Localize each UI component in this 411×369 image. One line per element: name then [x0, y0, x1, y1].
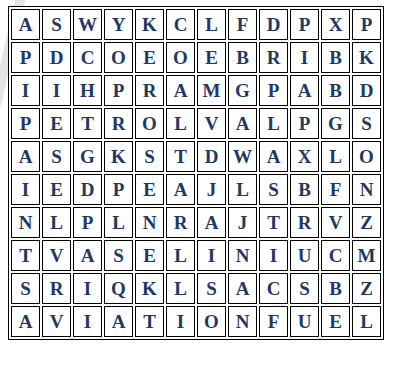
cell-r8c10[interactable]: U: [290, 240, 319, 271]
cell-r5c3[interactable]: G: [73, 141, 102, 172]
cell-r5c5[interactable]: S: [135, 141, 164, 172]
cell-r10c10[interactable]: U: [290, 306, 319, 337]
cell-r7c6[interactable]: R: [166, 207, 195, 238]
cell-r2c11[interactable]: B: [321, 42, 350, 73]
cell-r5c9[interactable]: A: [259, 141, 288, 172]
cell-r9c8[interactable]: A: [228, 273, 257, 304]
cell-r6c2[interactable]: E: [42, 174, 71, 205]
cell-r2c9[interactable]: R: [259, 42, 288, 73]
cell-r2c5[interactable]: E: [135, 42, 164, 73]
cell-r4c7[interactable]: V: [197, 108, 226, 139]
cell-r9c12[interactable]: Z: [352, 273, 381, 304]
cell-r7c4[interactable]: L: [104, 207, 133, 238]
cell-r3c12[interactable]: D: [352, 75, 381, 106]
cell-r7c3[interactable]: P: [73, 207, 102, 238]
cell-r2c4[interactable]: O: [104, 42, 133, 73]
cell-r10c9[interactable]: F: [259, 306, 288, 337]
cell-r9c11[interactable]: B: [321, 273, 350, 304]
cell-r8c3[interactable]: A: [73, 240, 102, 271]
cell-r2c2[interactable]: D: [42, 42, 71, 73]
cell-r4c11[interactable]: G: [321, 108, 350, 139]
cell-r7c9[interactable]: T: [259, 207, 288, 238]
cell-r8c1[interactable]: T: [11, 240, 40, 271]
cell-r6c6[interactable]: A: [166, 174, 195, 205]
cell-r3c2[interactable]: I: [42, 75, 71, 106]
cell-r3c7[interactable]: M: [197, 75, 226, 106]
cell-r6c1[interactable]: I: [11, 174, 40, 205]
cell-r9c2[interactable]: R: [42, 273, 71, 304]
cell-r8c6[interactable]: L: [166, 240, 195, 271]
cell-r7c11[interactable]: V: [321, 207, 350, 238]
cell-r3c11[interactable]: B: [321, 75, 350, 106]
cell-r4c4[interactable]: R: [104, 108, 133, 139]
cell-r8c2[interactable]: V: [42, 240, 71, 271]
cell-r8c4[interactable]: S: [104, 240, 133, 271]
cell-r9c4[interactable]: Q: [104, 273, 133, 304]
cell-r6c5[interactable]: E: [135, 174, 164, 205]
cell-r3c8[interactable]: G: [228, 75, 257, 106]
cell-r9c5[interactable]: K: [135, 273, 164, 304]
cell-r1c8[interactable]: F: [228, 9, 257, 40]
cell-r9c6[interactable]: L: [166, 273, 195, 304]
cell-r1c7[interactable]: L: [197, 9, 226, 40]
cell-r6c3[interactable]: D: [73, 174, 102, 205]
cell-r1c6[interactable]: C: [166, 9, 195, 40]
cell-r9c10[interactable]: S: [290, 273, 319, 304]
cell-r1c12[interactable]: P: [352, 9, 381, 40]
cell-r1c5[interactable]: K: [135, 9, 164, 40]
cell-r8c7[interactable]: I: [197, 240, 226, 271]
cell-r2c7[interactable]: E: [197, 42, 226, 73]
cell-r8c9[interactable]: I: [259, 240, 288, 271]
cell-r2c3[interactable]: C: [73, 42, 102, 73]
cell-r5c11[interactable]: L: [321, 141, 350, 172]
cell-r1c2[interactable]: S: [42, 9, 71, 40]
cell-r2c10[interactable]: I: [290, 42, 319, 73]
cell-r1c11[interactable]: X: [321, 9, 350, 40]
cell-r4c6[interactable]: L: [166, 108, 195, 139]
cell-r10c7[interactable]: O: [197, 306, 226, 337]
cell-r6c8[interactable]: L: [228, 174, 257, 205]
cell-r4c5[interactable]: O: [135, 108, 164, 139]
cell-r8c5[interactable]: E: [135, 240, 164, 271]
cell-r7c10[interactable]: R: [290, 207, 319, 238]
cell-r2c12[interactable]: K: [352, 42, 381, 73]
cell-r2c1[interactable]: P: [11, 42, 40, 73]
cell-r10c4[interactable]: A: [104, 306, 133, 337]
cell-r6c9[interactable]: S: [259, 174, 288, 205]
cell-r7c7[interactable]: A: [197, 207, 226, 238]
cell-r1c10[interactable]: P: [290, 9, 319, 40]
cell-r9c9[interactable]: C: [259, 273, 288, 304]
cell-r8c11[interactable]: C: [321, 240, 350, 271]
cell-r10c1[interactable]: A: [11, 306, 40, 337]
cell-r6c11[interactable]: F: [321, 174, 350, 205]
worksheet-page: ASWYKCLFDPXPPDCOEOEBRIBKIIHPRAMGPABDPETR…: [0, 0, 411, 369]
cell-r10c8[interactable]: N: [228, 306, 257, 337]
cell-r4c3[interactable]: T: [73, 108, 102, 139]
cell-r4c10[interactable]: P: [290, 108, 319, 139]
cell-r1c4[interactable]: Y: [104, 9, 133, 40]
cell-r5c4[interactable]: K: [104, 141, 133, 172]
cell-r4c2[interactable]: E: [42, 108, 71, 139]
cell-r3c10[interactable]: A: [290, 75, 319, 106]
cell-r8c8[interactable]: N: [228, 240, 257, 271]
cell-r7c12[interactable]: Z: [352, 207, 381, 238]
cell-r7c8[interactable]: J: [228, 207, 257, 238]
cell-r7c2[interactable]: L: [42, 207, 71, 238]
cell-r3c6[interactable]: A: [166, 75, 195, 106]
cell-r4c9[interactable]: L: [259, 108, 288, 139]
cell-r10c11[interactable]: E: [321, 306, 350, 337]
cell-r5c2[interactable]: S: [42, 141, 71, 172]
cell-r1c9[interactable]: D: [259, 9, 288, 40]
cell-r9c7[interactable]: S: [197, 273, 226, 304]
cell-r10c3[interactable]: I: [73, 306, 102, 337]
cell-r5c1[interactable]: A: [11, 141, 40, 172]
cell-r8c12[interactable]: M: [352, 240, 381, 271]
cell-r4c1[interactable]: P: [11, 108, 40, 139]
cell-r7c5[interactable]: N: [135, 207, 164, 238]
cell-r6c4[interactable]: P: [104, 174, 133, 205]
cell-r2c6[interactable]: O: [166, 42, 195, 73]
cell-r5c6[interactable]: T: [166, 141, 195, 172]
cell-r9c1[interactable]: S: [11, 273, 40, 304]
cell-r6c10[interactable]: B: [290, 174, 319, 205]
cell-r5c10[interactable]: X: [290, 141, 319, 172]
cell-r3c1[interactable]: I: [11, 75, 40, 106]
cell-r3c4[interactable]: P: [104, 75, 133, 106]
word-search-grid: ASWYKCLFDPXPPDCOEOEBRIBKIIHPRAMGPABDPETR…: [8, 6, 384, 340]
cell-r2c8[interactable]: B: [228, 42, 257, 73]
cell-r6c12[interactable]: N: [352, 174, 381, 205]
cell-r10c5[interactable]: T: [135, 306, 164, 337]
cell-r5c8[interactable]: W: [228, 141, 257, 172]
cell-r10c2[interactable]: V: [42, 306, 71, 337]
cell-r5c12[interactable]: O: [352, 141, 381, 172]
cell-r5c7[interactable]: D: [197, 141, 226, 172]
cell-r9c3[interactable]: I: [73, 273, 102, 304]
cell-r6c7[interactable]: J: [197, 174, 226, 205]
cell-r1c1[interactable]: A: [11, 9, 40, 40]
cell-r1c3[interactable]: W: [73, 9, 102, 40]
cell-r7c1[interactable]: N: [11, 207, 40, 238]
cell-r3c5[interactable]: R: [135, 75, 164, 106]
cell-r10c6[interactable]: I: [166, 306, 195, 337]
cell-r3c3[interactable]: H: [73, 75, 102, 106]
cell-r3c9[interactable]: P: [259, 75, 288, 106]
cell-r4c12[interactable]: S: [352, 108, 381, 139]
cell-r4c8[interactable]: A: [228, 108, 257, 139]
cell-r10c12[interactable]: L: [352, 306, 381, 337]
